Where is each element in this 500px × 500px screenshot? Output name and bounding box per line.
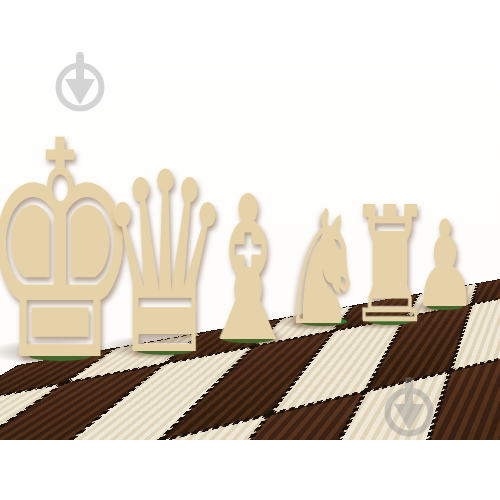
pawn-glyph: ♟ (413, 205, 478, 325)
photo-area: ♚ ♛ ♝ ♞ ♜ ♟ (0, 0, 500, 440)
chess-set-product-photo: ♚ ♛ ♝ ♞ ♜ ♟ (0, 0, 500, 500)
down-arrow-watermark-icon (381, 373, 437, 440)
down-arrow-watermark-icon (52, 48, 108, 120)
